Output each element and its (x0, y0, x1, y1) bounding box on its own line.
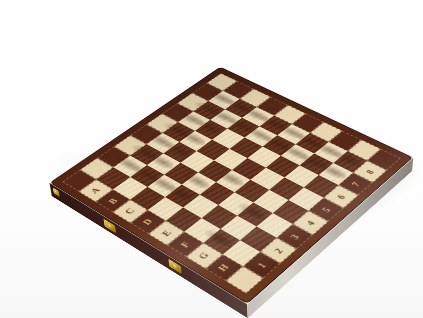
chess-board: 87654321ABCDEFGH ♜♞♝♚♛♝♞♜♟♟♟♟♟♟♟♟♚♛♝♞♜♟♟… (49, 67, 413, 304)
chess-set-photo: 87654321ABCDEFGH ♜♞♝♚♛♝♞♜♟♟♟♟♟♟♟♟♚♛♝♞♜♟♟… (0, 0, 423, 318)
pawn-glyph: ♟ (319, 134, 351, 178)
scene: 87654321ABCDEFGH ♜♞♝♚♛♝♞♜♟♟♟♟♟♟♟♟♚♛♝♞♜♟♟… (0, 0, 423, 318)
rook-glyph: ♜ (195, 177, 245, 246)
